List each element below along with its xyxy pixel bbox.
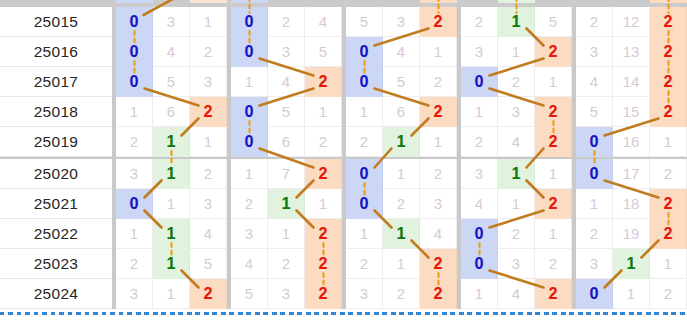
miss-cell: 16: [613, 127, 650, 157]
hit-cell: 2: [650, 219, 687, 249]
miss-cell: 4: [305, 7, 342, 37]
trend-row: 250181620511621325152: [0, 97, 687, 127]
miss-cell: 2: [650, 159, 687, 189]
miss-cell: 4: [420, 219, 457, 249]
hit-cell: 2: [305, 219, 342, 249]
miss-cell: 1: [613, 279, 650, 309]
hit-cell: 0: [346, 37, 383, 67]
header-remnant-cell: [116, 0, 153, 3]
miss-cell: 2: [305, 127, 342, 157]
trend-row: 250160420350413123132: [0, 37, 687, 67]
hit-cell: 1: [153, 219, 190, 249]
hit-cell: 0: [116, 7, 153, 37]
trend-row: 25024312532322142012: [0, 279, 687, 309]
miss-cell: 1: [153, 189, 190, 219]
hit-cell: 2: [305, 67, 342, 97]
miss-cell: 5: [268, 97, 305, 127]
hit-cell: 0: [346, 159, 383, 189]
miss-cell: 2: [231, 189, 268, 219]
hit-cell: 0: [231, 37, 268, 67]
hit-cell: 0: [576, 127, 613, 157]
miss-cell: 1: [153, 279, 190, 309]
miss-cell: 3: [190, 67, 227, 97]
miss-cell: 1: [535, 67, 572, 97]
hit-cell: 2: [420, 249, 457, 279]
hit-cell: 0: [116, 189, 153, 219]
hit-cell: 1: [613, 249, 650, 279]
miss-cell: 3: [576, 249, 613, 279]
period-label: 25020: [0, 159, 112, 189]
hit-cell: 2: [535, 279, 572, 309]
miss-cell: 1: [535, 159, 572, 189]
trend-row: 250221143121140212192: [0, 219, 687, 249]
hit-cell: 1: [383, 219, 420, 249]
trend-row: 250170531420520214142: [0, 67, 687, 97]
hit-cell: 2: [650, 7, 687, 37]
miss-cell: 2: [650, 279, 687, 309]
miss-cell: 4: [383, 37, 420, 67]
miss-cell: 3: [383, 7, 420, 37]
hit-cell: 0: [461, 219, 498, 249]
miss-cell: 1: [498, 37, 535, 67]
hit-cell: 2: [535, 37, 572, 67]
hit-cell: 0: [231, 97, 268, 127]
miss-cell: 1: [305, 189, 342, 219]
miss-cell: 3: [190, 189, 227, 219]
period-label: 25023: [0, 249, 112, 279]
hit-cell: 0: [461, 249, 498, 279]
miss-cell: 2: [346, 127, 383, 157]
miss-cell: 3: [116, 279, 153, 309]
hit-cell: 0: [346, 67, 383, 97]
miss-cell: 15: [613, 97, 650, 127]
hit-cell: 2: [650, 37, 687, 67]
miss-cell: 4: [498, 279, 535, 309]
miss-cell: 1: [190, 7, 227, 37]
miss-cell: 5: [535, 7, 572, 37]
miss-cell: 2: [420, 159, 457, 189]
miss-cell: 5: [346, 7, 383, 37]
miss-cell: 2: [190, 159, 227, 189]
hit-cell: 2: [190, 97, 227, 127]
miss-cell: 1: [346, 97, 383, 127]
miss-cell: 2: [190, 37, 227, 67]
trend-row: 250192110622112420161: [0, 127, 687, 157]
hit-cell: 2: [305, 279, 342, 309]
miss-cell: 1: [576, 189, 613, 219]
hit-cell: 0: [346, 189, 383, 219]
miss-cell: 1: [420, 127, 457, 157]
trend-row: 250203121720123110172: [0, 159, 687, 189]
miss-cell: 3: [116, 159, 153, 189]
hit-cell: 0: [576, 159, 613, 189]
miss-cell: 3: [268, 279, 305, 309]
header-strip-remnant: [0, 0, 687, 7]
hit-cell: 2: [535, 127, 572, 157]
miss-cell: 2: [498, 219, 535, 249]
hit-cell: 0: [116, 37, 153, 67]
miss-cell: 1: [116, 219, 153, 249]
hit-cell: 0: [461, 67, 498, 97]
hit-cell: 0: [576, 279, 613, 309]
hit-cell: 0: [231, 127, 268, 157]
hit-cell: 0: [231, 7, 268, 37]
miss-cell: 2: [268, 249, 305, 279]
miss-cell: 4: [231, 249, 268, 279]
miss-cell: 1: [650, 127, 687, 157]
period-label: 25016: [0, 37, 112, 67]
hit-cell: 1: [153, 159, 190, 189]
miss-cell: 3: [461, 159, 498, 189]
miss-cell: 1: [461, 97, 498, 127]
hit-cell: 2: [535, 189, 572, 219]
miss-cell: 2: [535, 249, 572, 279]
lottery-trend-chart: 2501503102453221521222501604203504131231…: [0, 0, 687, 321]
miss-cell: 2: [383, 189, 420, 219]
miss-cell: 5: [305, 37, 342, 67]
miss-cell: 3: [268, 37, 305, 67]
miss-cell: 1: [650, 249, 687, 279]
miss-cell: 1: [116, 97, 153, 127]
miss-cell: 1: [305, 97, 342, 127]
miss-cell: 2: [346, 249, 383, 279]
miss-cell: 3: [420, 189, 457, 219]
miss-cell: 4: [190, 219, 227, 249]
miss-cell: 1: [346, 219, 383, 249]
miss-cell: 2: [383, 279, 420, 309]
miss-cell: 5: [190, 249, 227, 279]
rows: 2501503102453221521222501604203504131231…: [0, 7, 687, 309]
hit-cell: 1: [153, 249, 190, 279]
miss-cell: 2: [461, 127, 498, 157]
miss-cell: 3: [498, 97, 535, 127]
miss-cell: 2: [498, 67, 535, 97]
miss-cell: 6: [268, 127, 305, 157]
miss-cell: 3: [498, 249, 535, 279]
header-remnant-cell: [420, 0, 457, 3]
miss-cell: 7: [268, 159, 305, 189]
miss-cell: 1: [383, 249, 420, 279]
hit-cell: 1: [498, 7, 535, 37]
miss-cell: 1: [498, 189, 535, 219]
miss-cell: 14: [613, 67, 650, 97]
miss-cell: 4: [153, 37, 190, 67]
miss-cell: 2: [268, 7, 305, 37]
miss-cell: 4: [576, 67, 613, 97]
miss-cell: 1: [383, 159, 420, 189]
miss-cell: 4: [498, 127, 535, 157]
miss-cell: 2: [461, 7, 498, 37]
miss-cell: 6: [383, 97, 420, 127]
hit-cell: 1: [153, 127, 190, 157]
period-label: 25024: [0, 279, 112, 309]
miss-cell: 17: [613, 159, 650, 189]
hit-cell: 2: [305, 159, 342, 189]
period-label: 25015: [0, 7, 112, 37]
miss-cell: 3: [346, 279, 383, 309]
hit-cell: 1: [498, 159, 535, 189]
header-remnant-cell: [650, 0, 687, 3]
miss-cell: 1: [231, 159, 268, 189]
hit-cell: 1: [383, 127, 420, 157]
header-remnant-cell: [498, 0, 535, 3]
header-remnant-cell: [231, 0, 268, 3]
miss-cell: 3: [576, 37, 613, 67]
miss-cell: 2: [576, 7, 613, 37]
trend-row: 250210132110234121182: [0, 189, 687, 219]
miss-cell: 4: [461, 189, 498, 219]
miss-cell: 1: [461, 279, 498, 309]
selection-dashed-border: [0, 312, 687, 315]
header-remnant-cell: [190, 0, 227, 3]
hit-cell: 2: [420, 97, 457, 127]
hit-cell: 0: [116, 67, 153, 97]
hit-cell: 2: [420, 7, 457, 37]
hit-cell: 1: [268, 189, 305, 219]
miss-cell: 18: [613, 189, 650, 219]
hit-cell: 2: [420, 279, 457, 309]
miss-cell: 3: [231, 219, 268, 249]
period-label: 25021: [0, 189, 112, 219]
hit-cell: 2: [650, 67, 687, 97]
miss-cell: 1: [268, 219, 305, 249]
hit-cell: 2: [650, 97, 687, 127]
hit-cell: 2: [305, 249, 342, 279]
miss-cell: 12: [613, 7, 650, 37]
period-label: 25022: [0, 219, 112, 249]
miss-cell: 5: [576, 97, 613, 127]
miss-cell: 2: [420, 67, 457, 97]
miss-cell: 4: [268, 67, 305, 97]
trend-row: 25023215422212032311: [0, 249, 687, 279]
period-label: 25017: [0, 67, 112, 97]
miss-cell: 3: [153, 7, 190, 37]
miss-cell: 5: [153, 67, 190, 97]
miss-cell: 5: [231, 279, 268, 309]
hit-cell: 2: [190, 279, 227, 309]
miss-cell: 2: [116, 127, 153, 157]
miss-cell: 2: [576, 219, 613, 249]
miss-cell: 19: [613, 219, 650, 249]
trend-row: 250150310245322152122: [0, 7, 687, 37]
period-label: 25019: [0, 127, 112, 157]
hit-cell: 2: [650, 189, 687, 219]
hit-cell: 2: [535, 97, 572, 127]
miss-cell: 13: [613, 37, 650, 67]
miss-cell: 1: [535, 219, 572, 249]
miss-cell: 5: [383, 67, 420, 97]
miss-cell: 1: [231, 67, 268, 97]
miss-cell: 1: [190, 127, 227, 157]
miss-cell: 1: [420, 37, 457, 67]
miss-cell: 2: [116, 249, 153, 279]
miss-cell: 6: [153, 97, 190, 127]
miss-cell: 3: [461, 37, 498, 67]
period-label: 25018: [0, 97, 112, 127]
